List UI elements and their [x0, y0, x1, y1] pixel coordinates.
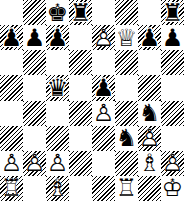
piece-white-pawn: ♟♙	[161, 151, 184, 176]
piece-white-rook: ♜♖	[115, 176, 138, 201]
piece-white-bishop: ♝♗	[138, 151, 161, 176]
square-g2[interactable]: ♝♗	[138, 151, 161, 176]
piece-glyph-outline: ♙	[46, 151, 69, 176]
square-g6[interactable]	[138, 50, 161, 75]
piece-glyph: ♞	[115, 126, 138, 151]
piece-glyph-outline: ♙	[0, 151, 23, 176]
square-g1[interactable]	[138, 176, 161, 201]
square-a1[interactable]: ♜♖	[0, 176, 23, 201]
square-f1[interactable]: ♜♖	[115, 176, 138, 201]
piece-glyph-outline: ♔	[161, 176, 184, 201]
square-h8[interactable]: ♜	[161, 0, 184, 25]
piece-black-pawn: ♟	[138, 25, 161, 50]
square-b4[interactable]	[23, 101, 46, 126]
piece-white-pawn: ♟♙	[0, 151, 23, 176]
square-f3[interactable]: ♞	[115, 126, 138, 151]
square-d7[interactable]	[69, 25, 92, 50]
piece-glyph-outline: ♙	[92, 25, 115, 50]
piece-black-queen: ♛	[46, 75, 69, 100]
piece-black-pawn: ♟	[0, 25, 23, 50]
piece-glyph-outline: ♕	[115, 25, 138, 50]
piece-glyph: ♞	[138, 101, 161, 126]
square-a4[interactable]	[0, 101, 23, 126]
piece-glyph: ♟	[161, 25, 184, 50]
square-c6[interactable]	[46, 50, 69, 75]
piece-white-pawn: ♟♙	[46, 151, 69, 176]
square-a7[interactable]: ♟	[0, 25, 23, 50]
piece-white-pawn: ♟♙	[92, 25, 115, 50]
square-f5[interactable]	[115, 75, 138, 100]
square-a5[interactable]	[0, 75, 23, 100]
square-d2[interactable]	[69, 151, 92, 176]
square-h7[interactable]: ♟	[161, 25, 184, 50]
square-b6[interactable]	[23, 50, 46, 75]
square-f2[interactable]	[115, 151, 138, 176]
square-c7[interactable]: ♟	[46, 25, 69, 50]
square-d3[interactable]	[69, 126, 92, 151]
square-c5[interactable]: ♛	[46, 75, 69, 100]
square-f8[interactable]	[115, 0, 138, 25]
piece-white-pawn: ♟♙	[23, 151, 46, 176]
piece-glyph: ♚	[46, 0, 69, 25]
piece-white-pawn: ♟♙	[138, 126, 161, 151]
piece-glyph-outline: ♗	[46, 176, 69, 201]
square-g4[interactable]: ♞	[138, 101, 161, 126]
piece-glyph: ♟	[138, 25, 161, 50]
square-h4[interactable]	[161, 101, 184, 126]
piece-glyph: ♟	[0, 25, 23, 50]
square-d4[interactable]	[69, 101, 92, 126]
square-c2[interactable]: ♟♙	[46, 151, 69, 176]
piece-black-king: ♚	[46, 0, 69, 25]
piece-black-knight: ♞	[115, 126, 138, 151]
square-f7[interactable]: ♛♕	[115, 25, 138, 50]
square-b3[interactable]	[23, 126, 46, 151]
piece-white-pawn: ♟♙	[92, 101, 115, 126]
square-e5[interactable]: ♟	[92, 75, 115, 100]
piece-glyph: ♟	[23, 25, 46, 50]
square-c1[interactable]: ♝♗	[46, 176, 69, 201]
square-c3[interactable]	[46, 126, 69, 151]
square-f4[interactable]	[115, 101, 138, 126]
piece-white-king: ♚♔	[161, 176, 184, 201]
square-e4[interactable]: ♟♙	[92, 101, 115, 126]
square-c4[interactable]	[46, 101, 69, 126]
piece-black-rook: ♜	[161, 0, 184, 25]
square-g5[interactable]	[138, 75, 161, 100]
square-d6[interactable]	[69, 50, 92, 75]
square-c8[interactable]: ♚	[46, 0, 69, 25]
chess-diagram: ♚♜♜♟♟♟♟♙♛♕♟♟♛♟♟♙♞♞♟♙♟♙♟♙♟♙♝♗♟♙♜♖♝♗♜♖♚♔	[0, 0, 184, 201]
piece-white-rook: ♜♖	[0, 176, 23, 201]
piece-glyph-outline: ♖	[115, 176, 138, 201]
square-b1[interactable]	[23, 176, 46, 201]
square-a8[interactable]	[0, 0, 23, 25]
square-b2[interactable]: ♟♙	[23, 151, 46, 176]
square-a6[interactable]	[0, 50, 23, 75]
square-e1[interactable]	[92, 176, 115, 201]
square-e3[interactable]	[92, 126, 115, 151]
square-e2[interactable]	[92, 151, 115, 176]
square-d5[interactable]	[69, 75, 92, 100]
square-a2[interactable]: ♟♙	[0, 151, 23, 176]
square-a3[interactable]	[0, 126, 23, 151]
square-f6[interactable]	[115, 50, 138, 75]
piece-glyph: ♜	[69, 0, 92, 25]
piece-black-pawn: ♟	[161, 25, 184, 50]
piece-glyph-outline: ♙	[92, 101, 115, 126]
square-d8[interactable]: ♜	[69, 0, 92, 25]
square-g3[interactable]: ♟♙	[138, 126, 161, 151]
piece-glyph: ♟	[92, 75, 115, 100]
piece-black-pawn: ♟	[23, 25, 46, 50]
square-e6[interactable]	[92, 50, 115, 75]
piece-black-pawn: ♟	[46, 25, 69, 50]
square-g7[interactable]: ♟	[138, 25, 161, 50]
piece-white-bishop: ♝♗	[46, 176, 69, 201]
piece-glyph: ♜	[161, 0, 184, 25]
piece-glyph-outline: ♗	[138, 151, 161, 176]
square-h2[interactable]: ♟♙	[161, 151, 184, 176]
piece-glyph-outline: ♙	[23, 151, 46, 176]
piece-glyph-outline: ♙	[161, 151, 184, 176]
piece-white-queen: ♛♕	[115, 25, 138, 50]
square-b7[interactable]: ♟	[23, 25, 46, 50]
chess-board: ♚♜♜♟♟♟♟♙♛♕♟♟♛♟♟♙♞♞♟♙♟♙♟♙♟♙♝♗♟♙♜♖♝♗♜♖♚♔	[0, 0, 184, 201]
square-b8[interactable]	[23, 0, 46, 25]
piece-black-pawn: ♟	[92, 75, 115, 100]
piece-glyph-outline: ♙	[138, 126, 161, 151]
piece-glyph: ♛	[46, 75, 69, 100]
square-g8[interactable]	[138, 0, 161, 25]
square-h6[interactable]	[161, 50, 184, 75]
piece-glyph: ♟	[46, 25, 69, 50]
piece-black-knight: ♞	[138, 101, 161, 126]
square-h3[interactable]	[161, 126, 184, 151]
square-e7[interactable]: ♟♙	[92, 25, 115, 50]
square-h5[interactable]	[161, 75, 184, 100]
piece-black-rook: ♜	[69, 0, 92, 25]
square-h1[interactable]: ♚♔	[161, 176, 184, 201]
square-b5[interactable]	[23, 75, 46, 100]
square-e8[interactable]	[92, 0, 115, 25]
piece-glyph-outline: ♖	[0, 176, 23, 201]
square-d1[interactable]	[69, 176, 92, 201]
